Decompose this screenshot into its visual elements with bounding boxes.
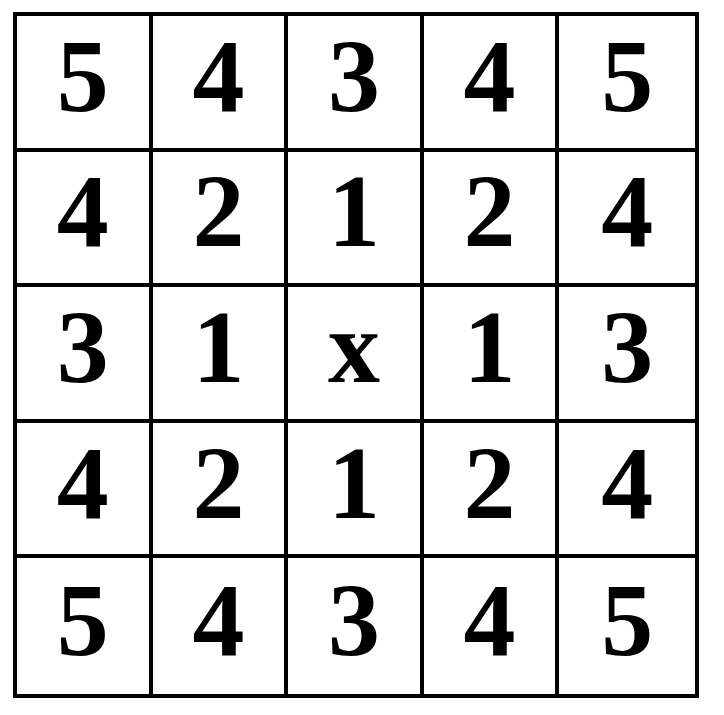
cell-value: 2: [192, 159, 244, 263]
cell-r4c4: 2: [424, 423, 560, 559]
cell-r3c3: x: [288, 287, 424, 423]
cell-value: 4: [57, 431, 109, 535]
cell-value: 2: [464, 431, 516, 535]
cell-r5c5: 5: [559, 558, 695, 694]
cell-value: 2: [464, 159, 516, 263]
cell-r2c2: 2: [153, 152, 289, 288]
cell-r3c2: 1: [153, 287, 289, 423]
cell-r4c5: 4: [559, 423, 695, 559]
cell-value: x: [328, 295, 380, 399]
cell-r5c2: 4: [153, 558, 289, 694]
cell-value: 5: [57, 24, 109, 128]
cell-value: 4: [57, 159, 109, 263]
cell-r4c2: 2: [153, 423, 289, 559]
cell-value: 4: [601, 431, 653, 535]
cell-value: 3: [601, 295, 653, 399]
cell-value: 1: [464, 295, 516, 399]
cell-value: 3: [57, 295, 109, 399]
cell-r1c5: 5: [559, 16, 695, 152]
cell-r2c1: 4: [17, 152, 153, 288]
cell-value: 2: [192, 431, 244, 535]
cell-value: 1: [328, 431, 380, 535]
cell-value: 4: [192, 24, 244, 128]
cell-r5c4: 4: [424, 558, 560, 694]
cell-value: 4: [464, 568, 516, 672]
cell-value: 4: [192, 568, 244, 672]
cell-value: 3: [328, 24, 380, 128]
cell-r1c4: 4: [424, 16, 560, 152]
cell-r5c1: 5: [17, 558, 153, 694]
cell-value: 1: [192, 295, 244, 399]
cell-r4c1: 4: [17, 423, 153, 559]
cell-value: 4: [464, 24, 516, 128]
cell-value: 1: [328, 159, 380, 263]
cell-r2c3: 1: [288, 152, 424, 288]
cell-value: 3: [328, 568, 380, 672]
cell-r4c3: 1: [288, 423, 424, 559]
cell-value: 4: [601, 159, 653, 263]
cell-r3c1: 3: [17, 287, 153, 423]
cell-r1c3: 3: [288, 16, 424, 152]
cell-r1c2: 4: [153, 16, 289, 152]
cell-value: 5: [57, 568, 109, 672]
cell-r1c1: 5: [17, 16, 153, 152]
cell-value: 5: [601, 24, 653, 128]
puzzle-grid: 543454212431x134212454345: [13, 12, 699, 698]
cell-r2c4: 2: [424, 152, 560, 288]
cell-r5c3: 3: [288, 558, 424, 694]
cell-value: 5: [601, 568, 653, 672]
cell-r3c5: 3: [559, 287, 695, 423]
cell-r3c4: 1: [424, 287, 560, 423]
cell-r2c5: 4: [559, 152, 695, 288]
